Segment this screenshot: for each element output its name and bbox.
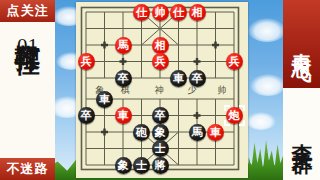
red-piece-兵: 兵	[78, 53, 95, 70]
xiangqi-board: 象棋神少帅 仕帅仕相馬相兵兵兵車炮車卒車卒車卒卒砲象馬士象士將	[76, 2, 248, 178]
red-piece-車: 車	[115, 107, 132, 124]
star-point	[120, 58, 127, 65]
red-piece-馬: 馬	[115, 37, 132, 54]
player-black-name: 李来群	[283, 88, 320, 180]
black-piece-卒: 卒	[152, 107, 169, 124]
cloud	[246, 112, 276, 130]
black-piece-象: 象	[152, 124, 169, 141]
cloud	[250, 74, 286, 96]
episode-number: 01	[17, 34, 38, 59]
black-piece-卒: 卒	[78, 107, 95, 124]
star-point	[101, 42, 108, 49]
black-piece-將: 將	[152, 157, 169, 174]
black-piece-車: 車	[96, 91, 113, 108]
red-piece-相: 相	[152, 37, 169, 54]
river-char: 神	[153, 84, 165, 97]
dont-get-lost-banner: 不迷路	[0, 158, 55, 180]
river-char: 帅	[216, 84, 228, 97]
star-point	[212, 42, 219, 49]
black-piece-士: 士	[152, 140, 169, 157]
red-piece-帅: 帅	[152, 4, 169, 21]
star-point	[101, 129, 108, 136]
black-piece-卒: 卒	[115, 70, 132, 87]
black-piece-車: 車	[170, 70, 187, 87]
cloud	[248, 18, 286, 42]
red-piece-相: 相	[189, 4, 206, 21]
red-piece-炮: 炮	[226, 107, 243, 124]
star-point	[194, 58, 201, 65]
black-piece-象: 象	[115, 157, 132, 174]
red-piece-兵: 兵	[152, 53, 169, 70]
black-piece-馬: 馬	[189, 124, 206, 141]
player-red-name: 秦思飞	[283, 0, 320, 88]
follow-banner: 点关注	[0, 0, 55, 22]
title-panel: 鞭打二怪 01	[0, 22, 55, 158]
red-piece-仕: 仕	[170, 4, 187, 21]
red-piece-車: 車	[207, 124, 224, 141]
black-piece-砲: 砲	[133, 124, 150, 141]
video-thumbnail: 象棋神少帅 仕帅仕相馬相兵兵兵車炮車卒車卒車卒卒砲象馬士象士將 点关注 鞭打二怪…	[0, 0, 320, 180]
star-point	[194, 112, 201, 119]
black-piece-士: 士	[133, 157, 150, 174]
black-piece-卒: 卒	[189, 70, 206, 87]
series-title: 鞭打二怪	[15, 25, 40, 33]
red-piece-仕: 仕	[133, 4, 150, 21]
red-piece-兵: 兵	[226, 53, 243, 70]
left-column: 点关注 鞭打二怪 01 不迷路	[0, 0, 55, 180]
